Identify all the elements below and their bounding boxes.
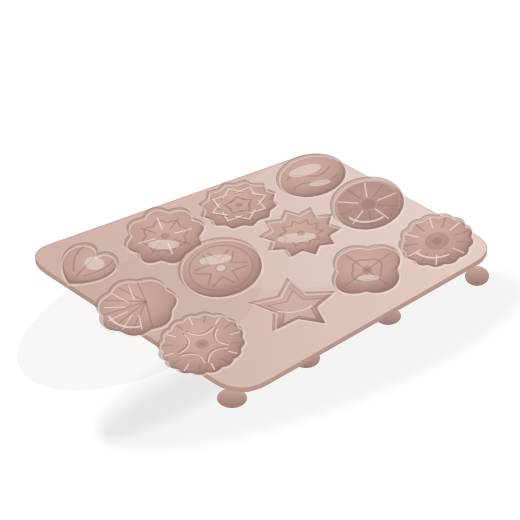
cavity-square-parasol	[332, 244, 402, 296]
product-photo-stage	[0, 0, 520, 520]
silicone-mold-photo	[0, 0, 520, 520]
